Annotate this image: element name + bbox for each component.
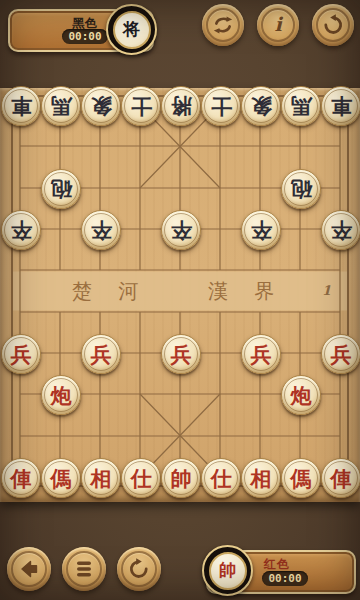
piece-red-soldier[interactable]: 兵	[1, 334, 41, 374]
svg-text:i: i	[274, 13, 283, 35]
piece-red-cannon[interactable]: 炮	[41, 375, 81, 415]
piece-red-soldier[interactable]: 兵	[81, 334, 121, 374]
back-button[interactable]	[7, 547, 51, 591]
xiangqi-app: 黑色 00:00 将 i	[0, 0, 360, 600]
piece-red-chariot[interactable]: 俥	[321, 458, 360, 498]
black-player-avatar: 将	[106, 4, 157, 55]
menu-icon	[72, 557, 96, 581]
piece-red-soldier[interactable]: 兵	[241, 334, 281, 374]
swap-sides-button[interactable]	[202, 4, 244, 46]
piece-glyph: 將	[171, 96, 192, 117]
piece-black-horse[interactable]: 馬	[41, 86, 81, 126]
piece-red-general[interactable]: 帥	[161, 458, 201, 498]
piece-black-soldier[interactable]: 卒	[321, 210, 360, 250]
restart-icon	[127, 557, 151, 581]
piece-glyph: 砲	[291, 179, 312, 200]
piece-red-elephant[interactable]: 相	[241, 458, 281, 498]
piece-glyph: 俥	[11, 468, 32, 489]
piece-glyph: 帥	[171, 468, 192, 489]
piece-glyph: 士	[131, 96, 152, 117]
piece-glyph: 傌	[291, 468, 312, 489]
piece-glyph: 兵	[11, 344, 32, 365]
piece-glyph: 象	[91, 96, 112, 117]
piece-black-elephant[interactable]: 象	[81, 86, 121, 126]
xiangqi-board[interactable]: 楚 河 漢 界 1 車馬象士將士象馬車砲砲卒卒卒卒卒兵兵兵兵兵炮炮俥傌相仕帥仕相…	[0, 88, 360, 502]
piece-glyph: 車	[331, 96, 352, 117]
piece-black-soldier[interactable]: 卒	[161, 210, 201, 250]
piece-red-cannon[interactable]: 炮	[281, 375, 321, 415]
piece-black-soldier[interactable]: 卒	[1, 210, 41, 250]
piece-glyph: 卒	[171, 220, 192, 241]
piece-glyph: 象	[251, 96, 272, 117]
piece-glyph: 炮	[51, 385, 72, 406]
piece-black-advisor[interactable]: 士	[121, 86, 161, 126]
piece-glyph: 馬	[51, 96, 72, 117]
restart-button[interactable]	[117, 547, 161, 591]
menu-button[interactable]	[62, 547, 106, 591]
replay-button[interactable]	[312, 4, 354, 46]
swap-icon	[211, 13, 235, 37]
piece-glyph: 兵	[91, 344, 112, 365]
piece-glyph: 兵	[251, 344, 272, 365]
info-icon: i	[266, 13, 290, 37]
piece-red-horse[interactable]: 傌	[281, 458, 321, 498]
piece-glyph: 傌	[51, 468, 72, 489]
piece-black-advisor[interactable]: 士	[201, 86, 241, 126]
piece-black-soldier[interactable]: 卒	[241, 210, 281, 250]
piece-glyph: 相	[251, 468, 272, 489]
piece-glyph: 卒	[91, 220, 112, 241]
piece-red-advisor[interactable]: 仕	[201, 458, 241, 498]
piece-glyph: 仕	[131, 468, 152, 489]
piece-glyph: 兵	[331, 344, 352, 365]
black-general-avatar-piece: 将	[113, 11, 151, 49]
piece-glyph: 砲	[51, 179, 72, 200]
red-general-avatar-piece: 帥	[209, 552, 247, 590]
piece-glyph: 車	[11, 96, 32, 117]
piece-glyph: 俥	[331, 468, 352, 489]
info-button[interactable]: i	[257, 4, 299, 46]
piece-red-elephant[interactable]: 相	[81, 458, 121, 498]
replay-icon	[321, 13, 345, 37]
piece-red-soldier[interactable]: 兵	[321, 334, 360, 374]
piece-red-horse[interactable]: 傌	[41, 458, 81, 498]
piece-glyph: 卒	[331, 220, 352, 241]
piece-black-soldier[interactable]: 卒	[81, 210, 121, 250]
piece-black-cannon[interactable]: 砲	[281, 169, 321, 209]
piece-glyph: 馬	[291, 96, 312, 117]
red-player-avatar: 帥	[202, 545, 253, 596]
piece-glyph: 士	[211, 96, 232, 117]
piece-red-soldier[interactable]: 兵	[161, 334, 201, 374]
piece-black-cannon[interactable]: 砲	[41, 169, 81, 209]
piece-glyph: 兵	[171, 344, 192, 365]
piece-layer: 車馬象士將士象馬車砲砲卒卒卒卒卒兵兵兵兵兵炮炮俥傌相仕帥仕相傌俥	[0, 88, 360, 502]
piece-glyph: 卒	[251, 220, 272, 241]
black-player-clock: 00:00	[62, 29, 108, 44]
red-player-clock: 00:00	[262, 571, 308, 586]
piece-black-horse[interactable]: 馬	[281, 86, 321, 126]
piece-black-general[interactable]: 將	[161, 86, 201, 126]
piece-red-advisor[interactable]: 仕	[121, 458, 161, 498]
piece-red-chariot[interactable]: 俥	[1, 458, 41, 498]
piece-glyph: 炮	[291, 385, 312, 406]
piece-black-chariot[interactable]: 車	[1, 86, 41, 126]
piece-glyph: 仕	[211, 468, 232, 489]
back-arrow-icon	[17, 557, 41, 581]
piece-black-chariot[interactable]: 車	[321, 86, 360, 126]
piece-glyph: 卒	[11, 220, 32, 241]
piece-black-elephant[interactable]: 象	[241, 86, 281, 126]
piece-glyph: 相	[91, 468, 112, 489]
